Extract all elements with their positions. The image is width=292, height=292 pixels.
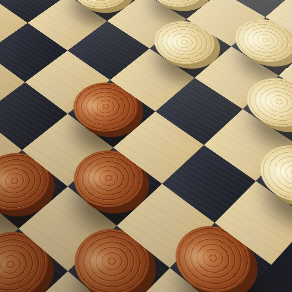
checkers-board [0, 0, 292, 292]
checkers-photo-viewport [0, 0, 292, 292]
